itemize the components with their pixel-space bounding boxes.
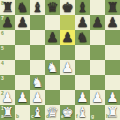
square-d8[interactable]: ♛ — [45, 0, 60, 15]
square-h6[interactable] — [105, 30, 120, 45]
square-b8[interactable]: ♞ — [15, 0, 30, 15]
black-bishop-f8[interactable]: ♝ — [75, 0, 90, 15]
square-a7[interactable]: 7♟ — [0, 15, 15, 30]
rank-label-4: 4 — [1, 61, 4, 66]
square-d4[interactable]: ♞ — [45, 60, 60, 75]
square-a2[interactable]: 2♟ — [0, 90, 15, 105]
square-e8[interactable]: ♚ — [60, 0, 75, 15]
square-c6[interactable] — [30, 30, 45, 45]
white-bishop-f1[interactable]: ♝ — [75, 105, 90, 120]
white-pawn-f2[interactable]: ♟ — [75, 90, 90, 105]
square-g1[interactable]: g — [90, 105, 105, 120]
square-h1[interactable]: h♜ — [105, 105, 120, 120]
square-f1[interactable]: f♝ — [75, 105, 90, 120]
square-e3[interactable] — [60, 75, 75, 90]
white-rook-a1[interactable]: ♜ — [0, 105, 15, 120]
square-c5[interactable] — [30, 45, 45, 60]
square-d3[interactable] — [45, 75, 60, 90]
square-e7[interactable] — [60, 15, 75, 30]
white-pawn-a2[interactable]: ♟ — [0, 90, 15, 105]
file-label-g: g — [91, 114, 94, 119]
square-e1[interactable]: e♚ — [60, 105, 75, 120]
square-c8[interactable]: ♝ — [30, 0, 45, 15]
white-pawn-b2[interactable]: ♟ — [15, 90, 30, 105]
square-f4[interactable] — [75, 60, 90, 75]
square-f6[interactable]: ♞ — [75, 30, 90, 45]
black-knight-b8[interactable]: ♞ — [15, 0, 30, 15]
square-b6[interactable] — [15, 30, 30, 45]
square-g8[interactable] — [90, 0, 105, 15]
square-g6[interactable] — [90, 30, 105, 45]
square-f3[interactable] — [75, 75, 90, 90]
black-pawn-f7[interactable]: ♟ — [75, 15, 90, 30]
square-b2[interactable]: ♟ — [15, 90, 30, 105]
square-e2[interactable] — [60, 90, 75, 105]
square-g5[interactable] — [90, 45, 105, 60]
white-pawn-g2[interactable]: ♟ — [90, 90, 105, 105]
square-f7[interactable]: ♟ — [75, 15, 90, 30]
square-g4[interactable] — [90, 60, 105, 75]
square-a1[interactable]: 1a♜ — [0, 105, 15, 120]
square-f2[interactable]: ♟ — [75, 90, 90, 105]
black-rook-a8[interactable]: ♜ — [0, 0, 15, 15]
square-b1[interactable]: b — [15, 105, 30, 120]
square-a5[interactable]: 5 — [0, 45, 15, 60]
square-e4[interactable]: ♟ — [60, 60, 75, 75]
white-rook-h1[interactable]: ♜ — [105, 105, 120, 120]
square-c1[interactable]: c♝ — [30, 105, 45, 120]
chess-board: 8♜♞♝♛♚♝♜7♟♟♟♟♟6♟♟♞54♞♟3♞2♟♟♟♟♟♟1a♜bc♝d♛e… — [0, 0, 120, 120]
square-h8[interactable]: ♜ — [105, 0, 120, 15]
black-pawn-e6[interactable]: ♟ — [60, 30, 75, 45]
square-b7[interactable]: ♟ — [15, 15, 30, 30]
white-king-e1[interactable]: ♚ — [60, 105, 75, 120]
white-pawn-e4[interactable]: ♟ — [60, 60, 75, 75]
rank-label-6: 6 — [1, 31, 4, 36]
rank-label-5: 5 — [1, 46, 4, 51]
square-a4[interactable]: 4 — [0, 60, 15, 75]
black-pawn-a7[interactable]: ♟ — [0, 15, 15, 30]
square-d7[interactable] — [45, 15, 60, 30]
rank-label-3: 3 — [1, 76, 4, 81]
square-d1[interactable]: d♛ — [45, 105, 60, 120]
black-bishop-c8[interactable]: ♝ — [30, 0, 45, 15]
square-h2[interactable]: ♟ — [105, 90, 120, 105]
black-pawn-g7[interactable]: ♟ — [90, 15, 105, 30]
square-g7[interactable]: ♟ — [90, 15, 105, 30]
square-b3[interactable] — [15, 75, 30, 90]
square-h3[interactable] — [105, 75, 120, 90]
file-label-b: b — [16, 114, 19, 119]
square-a8[interactable]: 8♜ — [0, 0, 15, 15]
square-f8[interactable]: ♝ — [75, 0, 90, 15]
square-h4[interactable] — [105, 60, 120, 75]
white-bishop-c1[interactable]: ♝ — [30, 105, 45, 120]
white-pawn-h2[interactable]: ♟ — [105, 90, 120, 105]
white-queen-d1[interactable]: ♛ — [45, 105, 60, 120]
square-d5[interactable] — [45, 45, 60, 60]
black-pawn-d6[interactable]: ♟ — [45, 30, 60, 45]
square-c7[interactable] — [30, 15, 45, 30]
square-c2[interactable]: ♟ — [30, 90, 45, 105]
square-e5[interactable] — [60, 45, 75, 60]
white-knight-d4[interactable]: ♞ — [45, 60, 60, 75]
white-knight-c3[interactable]: ♞ — [30, 75, 45, 90]
square-c4[interactable] — [30, 60, 45, 75]
black-pawn-b7[interactable]: ♟ — [15, 15, 30, 30]
black-knight-f6[interactable]: ♞ — [75, 30, 90, 45]
square-d6[interactable]: ♟ — [45, 30, 60, 45]
black-rook-h8[interactable]: ♜ — [105, 0, 120, 15]
square-e6[interactable]: ♟ — [60, 30, 75, 45]
black-queen-d8[interactable]: ♛ — [45, 0, 60, 15]
square-a6[interactable]: 6 — [0, 30, 15, 45]
square-h7[interactable]: ♟ — [105, 15, 120, 30]
square-h5[interactable] — [105, 45, 120, 60]
square-g2[interactable]: ♟ — [90, 90, 105, 105]
square-b5[interactable] — [15, 45, 30, 60]
square-f5[interactable] — [75, 45, 90, 60]
square-b4[interactable] — [15, 60, 30, 75]
square-c3[interactable]: ♞ — [30, 75, 45, 90]
square-d2[interactable] — [45, 90, 60, 105]
black-pawn-h7[interactable]: ♟ — [105, 15, 120, 30]
square-a3[interactable]: 3 — [0, 75, 15, 90]
black-king-e8[interactable]: ♚ — [60, 0, 75, 15]
white-pawn-c2[interactable]: ♟ — [30, 90, 45, 105]
square-g3[interactable] — [90, 75, 105, 90]
